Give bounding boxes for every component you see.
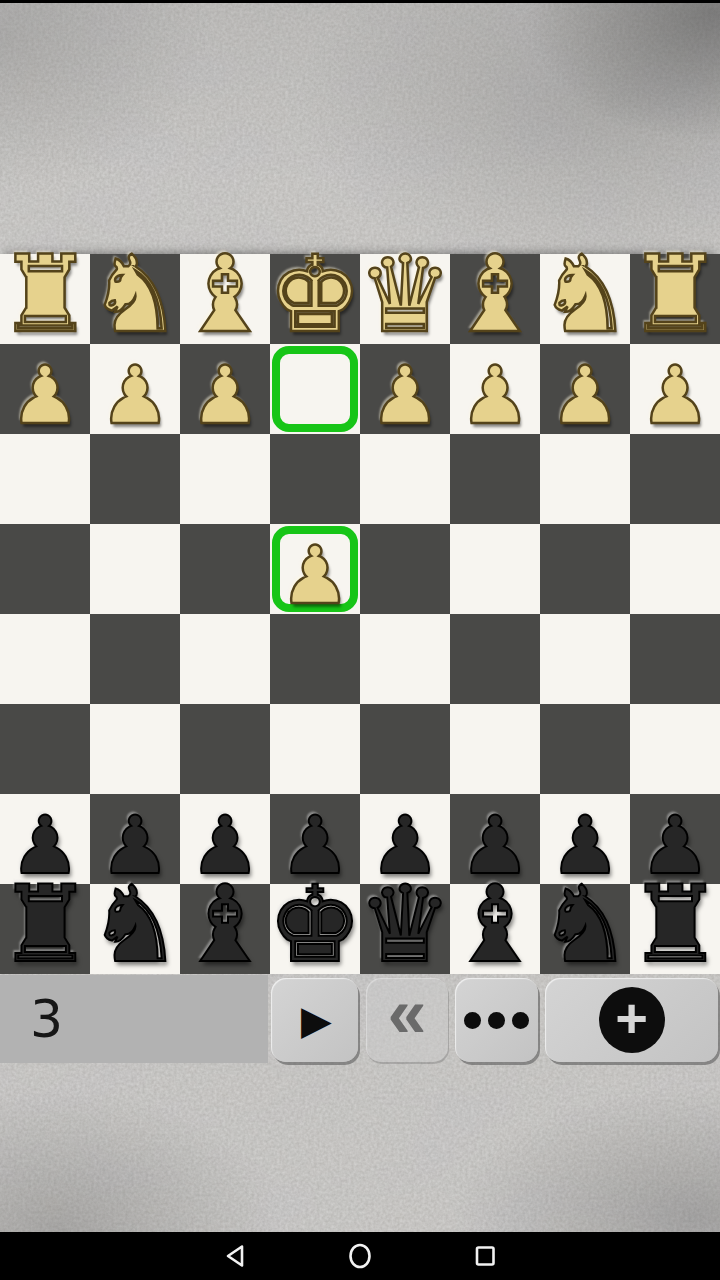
square-h1[interactable]: ♜	[0, 254, 90, 344]
square-f3[interactable]	[180, 434, 270, 524]
square-h5[interactable]	[0, 614, 90, 704]
square-b5[interactable]	[540, 614, 630, 704]
white-rook-piece: ♜	[0, 242, 93, 348]
white-pawn-piece: ♟	[99, 356, 171, 436]
square-e2[interactable]	[270, 344, 360, 434]
rewind-button[interactable]: «	[366, 978, 448, 1062]
white-pawn-piece: ♟	[639, 356, 711, 436]
square-g4[interactable]	[90, 524, 180, 614]
move-counter-value: 3	[30, 989, 63, 1049]
home-icon[interactable]	[348, 1243, 372, 1269]
white-bishop-piece: ♝	[447, 242, 542, 348]
square-h3[interactable]	[0, 434, 90, 524]
black-rook-piece: ♜	[0, 872, 93, 978]
square-a6[interactable]	[630, 704, 720, 794]
recents-icon[interactable]	[473, 1244, 497, 1268]
white-knight-piece: ♞	[87, 242, 182, 348]
square-d8[interactable]: ♛	[360, 884, 450, 974]
android-nav-bar	[0, 1232, 720, 1280]
square-f1[interactable]: ♝	[180, 254, 270, 344]
square-c8[interactable]: ♝	[450, 884, 540, 974]
square-e5[interactable]	[270, 614, 360, 704]
square-b3[interactable]	[540, 434, 630, 524]
square-f4[interactable]	[180, 524, 270, 614]
square-d4[interactable]	[360, 524, 450, 614]
move-counter: 3	[0, 975, 268, 1063]
square-f8[interactable]: ♝	[180, 884, 270, 974]
square-g1[interactable]: ♞	[90, 254, 180, 344]
square-h8[interactable]: ♜	[0, 884, 90, 974]
more-options-button[interactable]	[455, 978, 538, 1062]
square-a3[interactable]	[630, 434, 720, 524]
square-c4[interactable]	[450, 524, 540, 614]
add-button[interactable]: +	[545, 978, 718, 1062]
square-a7[interactable]: ♟	[630, 794, 720, 884]
white-queen-piece: ♛	[357, 242, 452, 348]
square-b6[interactable]	[540, 704, 630, 794]
black-pawn-piece: ♟	[369, 806, 441, 886]
square-d1[interactable]: ♛	[360, 254, 450, 344]
status-bar	[0, 0, 720, 3]
white-pawn-piece: ♟	[369, 356, 441, 436]
square-e7[interactable]: ♟	[270, 794, 360, 884]
chess-board[interactable]: ♜♞♝♚♛♝♞♜♟♟♟♟♟♟♟♟♟♟♟♟♟♟♟♟♜♞♝♚♛♝♞♜	[0, 254, 720, 974]
white-pawn-piece: ♟	[459, 356, 531, 436]
square-g7[interactable]: ♟	[90, 794, 180, 884]
square-c3[interactable]	[450, 434, 540, 524]
square-e8[interactable]: ♚	[270, 884, 360, 974]
square-g3[interactable]	[90, 434, 180, 524]
black-pawn-piece: ♟	[9, 806, 81, 886]
black-knight-piece: ♞	[537, 872, 632, 978]
square-f5[interactable]	[180, 614, 270, 704]
white-pawn-piece: ♟	[549, 356, 621, 436]
square-g6[interactable]	[90, 704, 180, 794]
square-f2[interactable]: ♟	[180, 344, 270, 434]
square-b8[interactable]: ♞	[540, 884, 630, 974]
black-rook-piece: ♜	[627, 872, 720, 978]
square-d6[interactable]	[360, 704, 450, 794]
black-bishop-piece: ♝	[447, 872, 542, 978]
square-d3[interactable]	[360, 434, 450, 524]
back-icon[interactable]	[223, 1244, 247, 1268]
black-bishop-piece: ♝	[177, 872, 272, 978]
square-d2[interactable]: ♟	[360, 344, 450, 434]
square-c6[interactable]	[450, 704, 540, 794]
black-pawn-piece: ♟	[459, 806, 531, 886]
control-bar: 3 ▶ « +	[0, 974, 720, 1064]
black-pawn-piece: ♟	[189, 806, 261, 886]
plus-icon: +	[599, 987, 665, 1053]
square-d7[interactable]: ♟	[360, 794, 450, 884]
square-d5[interactable]	[360, 614, 450, 704]
square-h4[interactable]	[0, 524, 90, 614]
square-a4[interactable]	[630, 524, 720, 614]
square-h7[interactable]: ♟	[0, 794, 90, 884]
square-c2[interactable]: ♟	[450, 344, 540, 434]
square-f6[interactable]	[180, 704, 270, 794]
black-pawn-piece: ♟	[639, 806, 711, 886]
square-a1[interactable]: ♜	[630, 254, 720, 344]
chess-app-screen: { "game": "chess", "position": { "fen": …	[0, 0, 720, 1280]
square-g2[interactable]: ♟	[90, 344, 180, 434]
white-pawn-piece: ♟	[9, 356, 81, 436]
black-pawn-piece: ♟	[99, 806, 171, 886]
square-b4[interactable]	[540, 524, 630, 614]
square-c7[interactable]: ♟	[450, 794, 540, 884]
square-b2[interactable]: ♟	[540, 344, 630, 434]
square-c1[interactable]: ♝	[450, 254, 540, 344]
play-icon: ▶	[301, 1000, 332, 1040]
play-button[interactable]: ▶	[271, 978, 358, 1062]
black-king-piece: ♚	[267, 872, 362, 978]
square-c5[interactable]	[450, 614, 540, 704]
ellipsis-icon	[464, 1012, 529, 1029]
square-b7[interactable]: ♟	[540, 794, 630, 884]
square-a8[interactable]: ♜	[630, 884, 720, 974]
square-a5[interactable]	[630, 614, 720, 704]
square-e4[interactable]: ♟	[270, 524, 360, 614]
white-knight-piece: ♞	[537, 242, 632, 348]
black-knight-piece: ♞	[87, 872, 182, 978]
black-queen-piece: ♛	[357, 872, 452, 978]
black-pawn-piece: ♟	[549, 806, 621, 886]
white-bishop-piece: ♝	[177, 242, 272, 348]
square-g8[interactable]: ♞	[90, 884, 180, 974]
square-e3[interactable]	[270, 434, 360, 524]
square-b1[interactable]: ♞	[540, 254, 630, 344]
white-rook-piece: ♜	[627, 242, 720, 348]
square-e6[interactable]	[270, 704, 360, 794]
square-e1[interactable]: ♚	[270, 254, 360, 344]
white-pawn-piece: ♟	[279, 536, 351, 616]
black-pawn-piece: ♟	[279, 806, 351, 886]
square-f7[interactable]: ♟	[180, 794, 270, 884]
square-h6[interactable]	[0, 704, 90, 794]
white-king-piece: ♚	[267, 242, 362, 348]
square-h2[interactable]: ♟	[0, 344, 90, 434]
square-g5[interactable]	[90, 614, 180, 704]
square-a2[interactable]: ♟	[630, 344, 720, 434]
white-pawn-piece: ♟	[189, 356, 261, 436]
